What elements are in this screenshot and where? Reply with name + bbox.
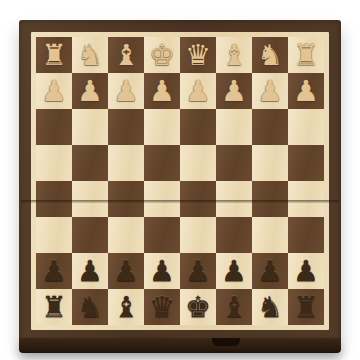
piece-dark-pawn[interactable]: ♟ [252,253,288,289]
square-a8[interactable]: ♜ [36,37,72,73]
square-e5[interactable] [180,145,216,181]
square-c3[interactable] [108,217,144,253]
piece-light-rook[interactable]: ♜ [288,37,324,73]
square-b4[interactable] [72,181,108,217]
square-e2[interactable]: ♟ [180,253,216,289]
square-f4[interactable] [216,181,252,217]
square-e7[interactable]: ♟ [180,73,216,109]
square-d5[interactable] [144,145,180,181]
square-b2[interactable]: ♟ [72,253,108,289]
square-g8[interactable]: ♞ [252,37,288,73]
board-grid: ♜♞♝♚♛♝♞♜♟♟♟♟♟♟♟♟♟♟♟♟♟♟♟♟♜♞♝♛♚♝♞♜ [36,37,324,325]
square-e4[interactable] [180,181,216,217]
piece-dark-pawn[interactable]: ♟ [216,253,252,289]
square-d4[interactable] [144,181,180,217]
piece-light-rook[interactable]: ♜ [36,37,72,73]
square-d1[interactable]: ♛ [144,289,180,325]
piece-light-pawn[interactable]: ♟ [252,73,288,109]
square-b6[interactable] [72,109,108,145]
square-b5[interactable] [72,145,108,181]
chess-board: ♜♞♝♚♛♝♞♜♟♟♟♟♟♟♟♟♟♟♟♟♟♟♟♟♜♞♝♛♚♝♞♜ [19,20,341,342]
square-c7[interactable]: ♟ [108,73,144,109]
square-c5[interactable] [108,145,144,181]
piece-dark-knight[interactable]: ♞ [72,289,108,325]
square-f3[interactable] [216,217,252,253]
piece-light-king[interactable]: ♚ [144,37,180,73]
square-a1[interactable]: ♜ [36,289,72,325]
square-d2[interactable]: ♟ [144,253,180,289]
piece-dark-rook[interactable]: ♜ [36,289,72,325]
piece-dark-pawn[interactable]: ♟ [108,253,144,289]
square-h1[interactable]: ♜ [288,289,324,325]
square-g7[interactable]: ♟ [252,73,288,109]
square-h6[interactable] [288,109,324,145]
piece-dark-pawn[interactable]: ♟ [72,253,108,289]
piece-light-pawn[interactable]: ♟ [72,73,108,109]
square-f7[interactable]: ♟ [216,73,252,109]
piece-light-pawn[interactable]: ♟ [216,73,252,109]
square-d6[interactable] [144,109,180,145]
square-g5[interactable] [252,145,288,181]
piece-light-knight[interactable]: ♞ [252,37,288,73]
square-b3[interactable] [72,217,108,253]
square-c4[interactable] [108,181,144,217]
piece-light-pawn[interactable]: ♟ [36,73,72,109]
piece-light-pawn[interactable]: ♟ [144,73,180,109]
square-f5[interactable] [216,145,252,181]
piece-dark-rook[interactable]: ♜ [288,289,324,325]
square-h2[interactable]: ♟ [288,253,324,289]
square-h3[interactable] [288,217,324,253]
piece-dark-knight[interactable]: ♞ [252,289,288,325]
square-g3[interactable] [252,217,288,253]
square-g6[interactable] [252,109,288,145]
piece-light-pawn[interactable]: ♟ [108,73,144,109]
latch-notch[interactable] [212,338,240,346]
square-e6[interactable] [180,109,216,145]
square-f1[interactable]: ♝ [216,289,252,325]
square-e8[interactable]: ♛ [180,37,216,73]
piece-dark-bishop[interactable]: ♝ [108,289,144,325]
piece-dark-bishop[interactable]: ♝ [216,289,252,325]
square-c1[interactable]: ♝ [108,289,144,325]
photo-background: ♜♞♝♚♛♝♞♜♟♟♟♟♟♟♟♟♟♟♟♟♟♟♟♟♜♞♝♛♚♝♞♜ [0,0,360,360]
square-c8[interactable]: ♝ [108,37,144,73]
square-d7[interactable]: ♟ [144,73,180,109]
square-b8[interactable]: ♞ [72,37,108,73]
square-a7[interactable]: ♟ [36,73,72,109]
square-d3[interactable] [144,217,180,253]
piece-dark-pawn[interactable]: ♟ [36,253,72,289]
piece-light-pawn[interactable]: ♟ [180,73,216,109]
square-d8[interactable]: ♚ [144,37,180,73]
piece-light-bishop[interactable]: ♝ [108,37,144,73]
square-c6[interactable] [108,109,144,145]
piece-dark-pawn[interactable]: ♟ [144,253,180,289]
square-h7[interactable]: ♟ [288,73,324,109]
square-f2[interactable]: ♟ [216,253,252,289]
square-a4[interactable] [36,181,72,217]
square-g4[interactable] [252,181,288,217]
piece-light-knight[interactable]: ♞ [72,37,108,73]
square-e3[interactable] [180,217,216,253]
maple-border-strip: ♜♞♝♚♛♝♞♜♟♟♟♟♟♟♟♟♟♟♟♟♟♟♟♟♜♞♝♛♚♝♞♜ [31,32,329,330]
square-a3[interactable] [36,217,72,253]
board-front-edge [19,338,341,353]
piece-light-pawn[interactable]: ♟ [288,73,324,109]
piece-dark-pawn[interactable]: ♟ [180,253,216,289]
square-a2[interactable]: ♟ [36,253,72,289]
piece-dark-pawn[interactable]: ♟ [288,253,324,289]
piece-dark-king[interactable]: ♚ [180,289,216,325]
square-g1[interactable]: ♞ [252,289,288,325]
piece-dark-queen[interactable]: ♛ [144,289,180,325]
square-b1[interactable]: ♞ [72,289,108,325]
square-f6[interactable] [216,109,252,145]
square-h4[interactable] [288,181,324,217]
square-b7[interactable]: ♟ [72,73,108,109]
square-h5[interactable] [288,145,324,181]
square-f8[interactable]: ♝ [216,37,252,73]
square-g2[interactable]: ♟ [252,253,288,289]
square-a5[interactable] [36,145,72,181]
piece-light-queen[interactable]: ♛ [180,37,216,73]
piece-light-bishop[interactable]: ♝ [216,37,252,73]
square-e1[interactable]: ♚ [180,289,216,325]
square-h8[interactable]: ♜ [288,37,324,73]
square-c2[interactable]: ♟ [108,253,144,289]
square-a6[interactable] [36,109,72,145]
